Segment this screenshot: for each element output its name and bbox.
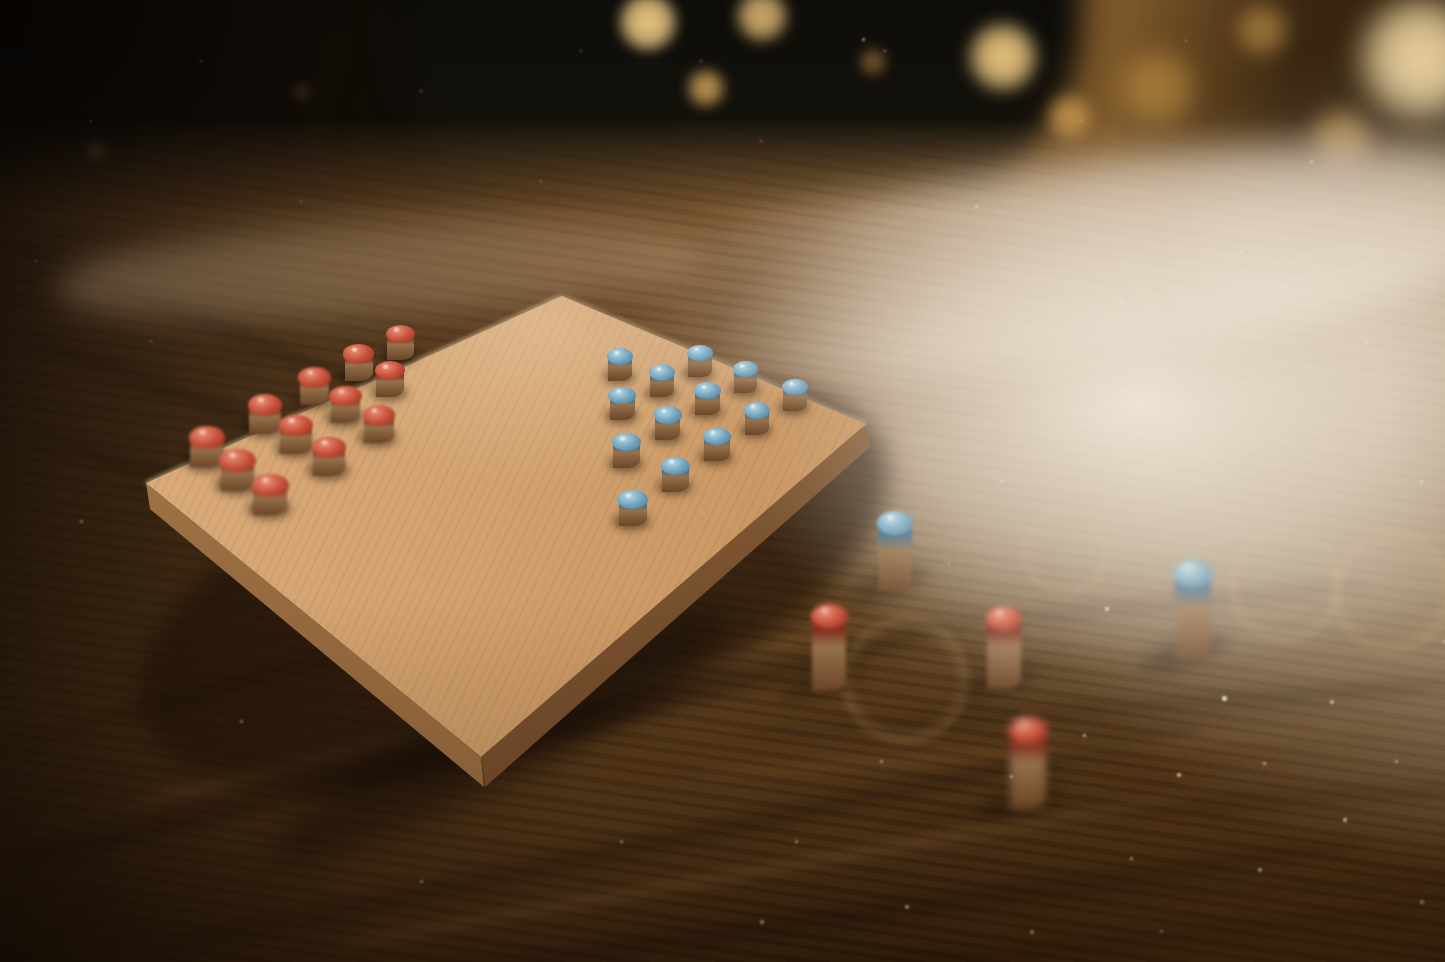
photo-scene bbox=[0, 0, 1445, 962]
foreground-vignette bbox=[0, 0, 1445, 962]
